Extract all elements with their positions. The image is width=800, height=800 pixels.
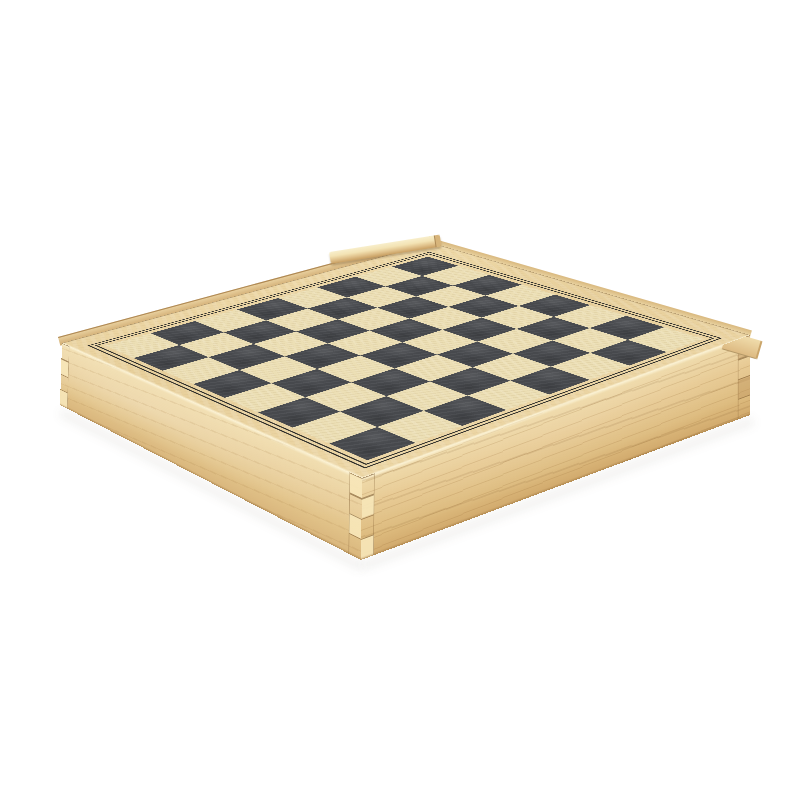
finger-joint-left-corner	[60, 343, 69, 409]
finger-joint-seams	[349, 473, 362, 560]
finger-joint-seams	[361, 474, 374, 560]
finger-joint-front-corner-left	[348, 472, 362, 560]
finger-joint-front-corner-right	[361, 473, 375, 560]
product-photo-chess-box	[0, 0, 800, 800]
finger-joint-seams	[60, 343, 69, 409]
